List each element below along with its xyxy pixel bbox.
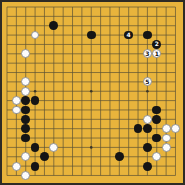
black-stone: 2 xyxy=(152,40,161,49)
black-stone xyxy=(31,143,40,152)
black-stone xyxy=(143,162,152,171)
white-stone xyxy=(49,143,58,152)
white-stone xyxy=(162,134,171,143)
move-number-label: 3 xyxy=(145,51,149,57)
black-stone xyxy=(143,143,152,152)
black-stone xyxy=(31,162,40,171)
white-stone: 1 xyxy=(152,49,161,58)
stones-layer: 42315 xyxy=(2,2,183,183)
move-number-label: 4 xyxy=(127,32,131,38)
white-stone xyxy=(21,171,30,180)
black-stone xyxy=(21,115,30,124)
black-stone xyxy=(21,106,30,115)
black-stone: 4 xyxy=(124,31,133,40)
black-stone xyxy=(49,21,58,30)
black-stone xyxy=(21,96,30,105)
white-stone xyxy=(143,115,152,124)
black-stone xyxy=(152,115,161,124)
move-number-label: 5 xyxy=(145,79,149,85)
black-stone xyxy=(21,134,30,143)
white-stone xyxy=(12,162,21,171)
white-stone: 3 xyxy=(143,49,152,58)
black-stone xyxy=(115,152,124,161)
black-stone xyxy=(152,106,161,115)
black-stone xyxy=(40,152,49,161)
screenshot-root: 42315 xyxy=(0,0,185,185)
white-stone: 5 xyxy=(143,77,152,86)
black-stone xyxy=(21,124,30,133)
white-stone xyxy=(21,77,30,86)
black-stone xyxy=(31,96,40,105)
white-stone xyxy=(12,96,21,105)
white-stone xyxy=(152,152,161,161)
black-stone xyxy=(143,31,152,40)
white-stone xyxy=(162,143,171,152)
white-stone xyxy=(21,49,30,58)
move-number-label: 1 xyxy=(155,51,159,57)
black-stone xyxy=(152,134,161,143)
white-stone xyxy=(21,87,30,96)
white-stone xyxy=(171,124,180,133)
black-stone xyxy=(87,31,96,40)
white-stone xyxy=(31,31,40,40)
white-stone xyxy=(21,152,30,161)
black-stone xyxy=(134,124,143,133)
black-stone xyxy=(143,124,152,133)
move-number-label: 2 xyxy=(155,41,159,47)
white-stone xyxy=(162,124,171,133)
white-stone xyxy=(12,106,21,115)
go-board[interactable]: 42315 xyxy=(0,0,185,185)
